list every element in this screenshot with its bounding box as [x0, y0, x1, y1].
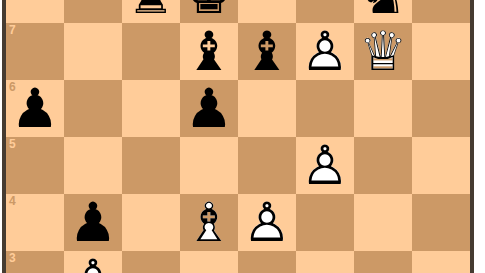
square-a8[interactable]: 8 — [6, 0, 64, 23]
rank-label-5: 5 — [9, 138, 16, 151]
rank-label-7: 7 — [9, 24, 16, 37]
white-queen-g7[interactable]: ♛♕ — [354, 23, 412, 80]
square-f5[interactable]: ♟♙ — [296, 137, 354, 194]
square-d5[interactable] — [180, 137, 238, 194]
square-d6[interactable]: ♟ — [180, 80, 238, 137]
square-f7[interactable]: ♟♙ — [296, 23, 354, 80]
black-bishop-d7[interactable]: ♝ — [180, 23, 238, 80]
square-g7[interactable]: ♛♕ — [354, 23, 412, 80]
square-b6[interactable] — [64, 80, 122, 137]
black-rook-c8[interactable]: ♜ — [122, 0, 180, 23]
square-b3[interactable]: ♟♙ — [64, 251, 122, 273]
rank-label-3: 3 — [9, 252, 16, 265]
square-g4[interactable] — [354, 194, 412, 251]
square-b8[interactable] — [64, 0, 122, 23]
black-pawn-a6[interactable]: ♟ — [6, 80, 64, 137]
board-frame: 8♜♚♞7♝♝♟♙♛♕6♟♟5♟♙4♟♝♗♟♙3♟♙21 — [2, 0, 474, 273]
black-piece-glyph: ♟ — [6, 80, 64, 137]
square-d7[interactable]: ♝ — [180, 23, 238, 80]
black-piece-glyph: ♟ — [180, 80, 238, 137]
square-c3[interactable] — [122, 251, 180, 273]
square-h7[interactable] — [412, 23, 470, 80]
white-piece-outline: ♕ — [354, 23, 412, 80]
square-g3[interactable] — [354, 251, 412, 273]
square-c7[interactable] — [122, 23, 180, 80]
white-piece-outline: ♙ — [296, 23, 354, 80]
square-b5[interactable] — [64, 137, 122, 194]
black-piece-glyph: ♟ — [64, 194, 122, 251]
white-piece-outline: ♙ — [64, 251, 122, 273]
square-h5[interactable] — [412, 137, 470, 194]
black-pawn-d6[interactable]: ♟ — [180, 80, 238, 137]
square-c5[interactable] — [122, 137, 180, 194]
square-a4[interactable]: 4 — [6, 194, 64, 251]
chess-board: 8♜♚♞7♝♝♟♙♛♕6♟♟5♟♙4♟♝♗♟♙3♟♙21 — [6, 0, 470, 273]
black-piece-glyph: ♜ — [122, 0, 180, 23]
white-piece-outline: ♙ — [238, 194, 296, 251]
black-piece-glyph: ♝ — [180, 23, 238, 80]
square-b7[interactable] — [64, 23, 122, 80]
square-e3[interactable] — [238, 251, 296, 273]
black-bishop-e7[interactable]: ♝ — [238, 23, 296, 80]
square-d4[interactable]: ♝♗ — [180, 194, 238, 251]
square-h3[interactable] — [412, 251, 470, 273]
square-f6[interactable] — [296, 80, 354, 137]
white-pawn-b3[interactable]: ♟♙ — [64, 251, 122, 273]
white-piece-outline: ♗ — [180, 194, 238, 251]
square-a6[interactable]: 6♟ — [6, 80, 64, 137]
square-c8[interactable]: ♜ — [122, 0, 180, 23]
square-f3[interactable] — [296, 251, 354, 273]
square-a5[interactable]: 5 — [6, 137, 64, 194]
square-e5[interactable] — [238, 137, 296, 194]
square-c4[interactable] — [122, 194, 180, 251]
black-pawn-b4[interactable]: ♟ — [64, 194, 122, 251]
square-e7[interactable]: ♝ — [238, 23, 296, 80]
square-d3[interactable] — [180, 251, 238, 273]
white-pawn-f7[interactable]: ♟♙ — [296, 23, 354, 80]
square-f4[interactable] — [296, 194, 354, 251]
white-piece-outline: ♙ — [296, 137, 354, 194]
square-a3[interactable]: 3 — [6, 251, 64, 273]
white-pawn-f5[interactable]: ♟♙ — [296, 137, 354, 194]
white-bishop-d4[interactable]: ♝♗ — [180, 194, 238, 251]
black-piece-glyph: ♝ — [238, 23, 296, 80]
white-pawn-e4[interactable]: ♟♙ — [238, 194, 296, 251]
square-b4[interactable]: ♟ — [64, 194, 122, 251]
square-h6[interactable] — [412, 80, 470, 137]
square-e6[interactable] — [238, 80, 296, 137]
square-h8[interactable] — [412, 0, 470, 23]
square-h4[interactable] — [412, 194, 470, 251]
square-c6[interactable] — [122, 80, 180, 137]
square-g6[interactable] — [354, 80, 412, 137]
square-a7[interactable]: 7 — [6, 23, 64, 80]
square-g5[interactable] — [354, 137, 412, 194]
rank-label-4: 4 — [9, 195, 16, 208]
square-e4[interactable]: ♟♙ — [238, 194, 296, 251]
